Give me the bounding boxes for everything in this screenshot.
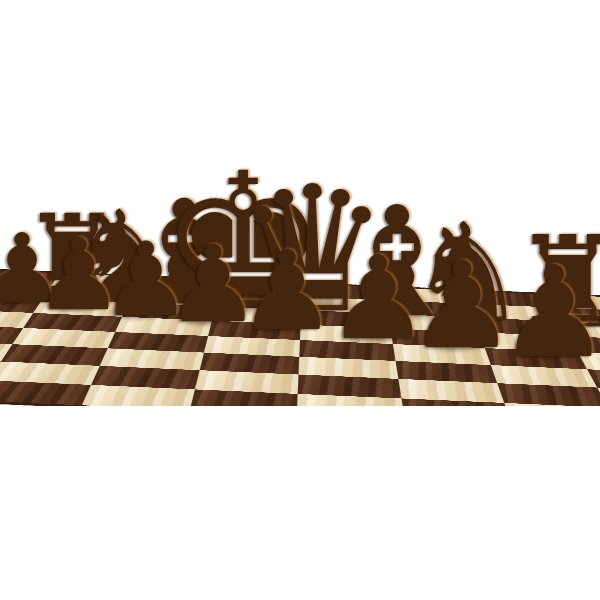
chess-set-photo: ♜♞♝♚♛♝♞♜♟♟♟♟♟♟♟♟	[0, 0, 600, 600]
pieces-layer: ♜♞♝♚♛♝♞♜♟♟♟♟♟♟♟♟	[0, 0, 600, 600]
black-pawn-a7: ♟	[491, 250, 600, 376]
